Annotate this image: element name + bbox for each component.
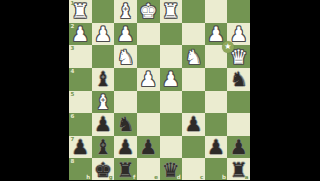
square-f4[interactable]: [114, 68, 137, 91]
rank-label-5: 5: [71, 92, 75, 98]
square-g2[interactable]: ♟: [92, 23, 115, 46]
square-h6[interactable]: 6: [69, 113, 92, 136]
square-g6[interactable]: ♟: [92, 113, 115, 136]
square-g3[interactable]: [92, 45, 115, 68]
square-a5[interactable]: [227, 91, 250, 114]
square-b5[interactable]: [205, 91, 228, 114]
square-f1[interactable]: ♝: [114, 0, 137, 23]
black-rook: ♜: [230, 159, 248, 179]
square-f8[interactable]: ♜f: [114, 158, 137, 180]
best-move-star-icon: ★: [222, 41, 234, 53]
square-h8[interactable]: 8h: [69, 158, 92, 180]
white-pawn: ♟: [94, 23, 112, 43]
square-c2[interactable]: [182, 23, 205, 46]
square-a8[interactable]: ♜a: [227, 158, 250, 180]
file-label-c: c: [200, 175, 203, 181]
square-c7[interactable]: [182, 136, 205, 159]
square-d5[interactable]: [160, 91, 183, 114]
square-c6[interactable]: ♟: [182, 113, 205, 136]
square-e6[interactable]: [137, 113, 160, 136]
white-pawn: ♟: [71, 23, 89, 43]
square-d8[interactable]: ♛d: [160, 158, 183, 180]
black-bishop: ♝: [94, 69, 112, 89]
black-queen: ♛: [162, 159, 180, 179]
square-g7[interactable]: ♝: [92, 136, 115, 159]
square-a7[interactable]: ♟: [227, 136, 250, 159]
square-e4[interactable]: ♟: [137, 68, 160, 91]
star-glyph: ★: [224, 42, 231, 50]
square-f5[interactable]: [114, 91, 137, 114]
file-label-h: h: [86, 175, 90, 181]
rank-label-3: 3: [71, 46, 75, 52]
black-knight: ♞: [117, 114, 135, 134]
square-e1[interactable]: ♚: [137, 0, 160, 23]
square-a4[interactable]: ♞: [227, 68, 250, 91]
white-rook: ♜: [162, 1, 180, 21]
square-e3[interactable]: [137, 45, 160, 68]
square-h7[interactable]: ♟7: [69, 136, 92, 159]
square-h5[interactable]: 5: [69, 91, 92, 114]
white-pawn: ♟: [230, 23, 248, 43]
square-b7[interactable]: ♟: [205, 136, 228, 159]
white-pawn: ♟: [207, 23, 225, 43]
rank-label-4: 4: [71, 69, 75, 75]
rank-label-6: 6: [71, 114, 75, 120]
square-d1[interactable]: ♜: [160, 0, 183, 23]
white-pawn: ♟: [139, 69, 157, 89]
white-pawn: ♟: [117, 23, 135, 43]
left-letterbox-bar: [0, 0, 69, 180]
black-pawn: ♟: [71, 137, 89, 157]
square-h3[interactable]: 3: [69, 45, 92, 68]
square-c3[interactable]: ♞: [182, 45, 205, 68]
square-e2[interactable]: [137, 23, 160, 46]
square-h4[interactable]: 4: [69, 68, 92, 91]
square-g1[interactable]: [92, 0, 115, 23]
black-pawn: ♟: [139, 137, 157, 157]
white-pawn: ♟: [162, 69, 180, 89]
chess-board: ♜1♝♚♜♟2♟♟♟♟3♞♞♛4♝♟♟♞5♝6♟♞♟♟7♝♟♟♟♟8h♚g♜fe…: [69, 0, 250, 180]
square-e7[interactable]: ♟: [137, 136, 160, 159]
square-g8[interactable]: ♚g: [92, 158, 115, 180]
square-h1[interactable]: ♜1: [69, 0, 92, 23]
square-b4[interactable]: [205, 68, 228, 91]
square-g4[interactable]: ♝: [92, 68, 115, 91]
black-pawn: ♟: [117, 137, 135, 157]
square-f7[interactable]: ♟: [114, 136, 137, 159]
white-knight: ♞: [117, 46, 135, 66]
black-king: ♚: [94, 159, 112, 179]
square-b8[interactable]: b: [205, 158, 228, 180]
black-rook: ♜: [117, 159, 135, 179]
square-d6[interactable]: [160, 113, 183, 136]
white-king: ♚: [139, 1, 157, 21]
square-c1[interactable]: [182, 0, 205, 23]
square-b6[interactable]: [205, 113, 228, 136]
square-c8[interactable]: c: [182, 158, 205, 180]
file-label-b: b: [222, 175, 226, 181]
square-c5[interactable]: [182, 91, 205, 114]
white-rook: ♜: [71, 1, 89, 21]
square-f3[interactable]: ♞: [114, 45, 137, 68]
black-pawn: ♟: [230, 137, 248, 157]
square-a1[interactable]: [227, 0, 250, 23]
square-d7[interactable]: [160, 136, 183, 159]
square-e8[interactable]: e: [137, 158, 160, 180]
square-d4[interactable]: ♟: [160, 68, 183, 91]
rank-label-8: 8: [71, 159, 75, 165]
black-pawn: ♟: [184, 114, 202, 134]
black-bishop: ♝: [94, 137, 112, 157]
square-f2[interactable]: ♟: [114, 23, 137, 46]
square-d3[interactable]: [160, 45, 183, 68]
square-c4[interactable]: [182, 68, 205, 91]
square-f6[interactable]: ♞: [114, 113, 137, 136]
white-bishop: ♝: [94, 91, 112, 111]
square-g5[interactable]: ♝: [92, 91, 115, 114]
square-b1[interactable]: [205, 0, 228, 23]
file-label-e: e: [154, 175, 158, 181]
right-letterbox-bar: [250, 0, 320, 180]
square-d2[interactable]: [160, 23, 183, 46]
white-bishop: ♝: [117, 1, 135, 21]
white-knight: ♞: [184, 46, 202, 66]
black-pawn: ♟: [207, 137, 225, 157]
square-h2[interactable]: ♟2: [69, 23, 92, 46]
square-e5[interactable]: [137, 91, 160, 114]
square-a6[interactable]: [227, 113, 250, 136]
black-knight: ♞: [230, 69, 248, 89]
black-pawn: ♟: [94, 114, 112, 134]
